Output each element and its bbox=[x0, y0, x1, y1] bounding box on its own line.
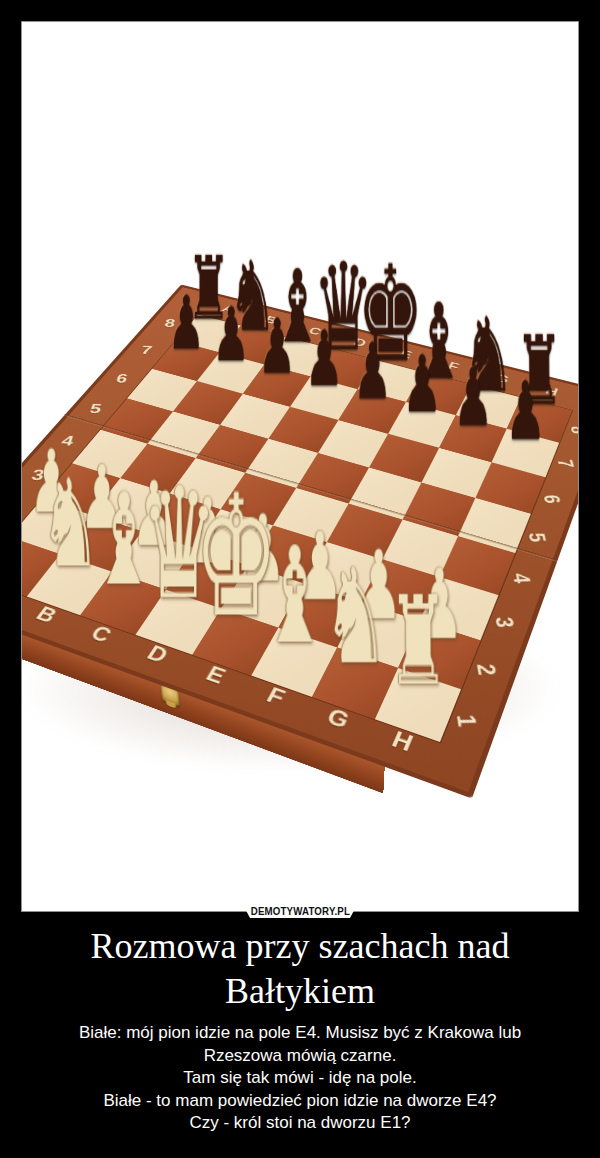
board-frame: ♜♞♝♛♚♝♞♜♟♟♟♟♟♟♟♟♟♟♟♟♟♟♟♟♜♞♝♛♚♝♞♜ ABCDEFG… bbox=[21, 285, 579, 799]
chess-photo: ♜♞♝♛♚♝♞♜♟♟♟♟♟♟♟♟♟♟♟♟♟♟♟♟♜♞♝♛♚♝♞♜ ABCDEFG… bbox=[21, 21, 579, 912]
meme-caption: Białe: mój pion idzie na pole E4. Musisz… bbox=[40, 1022, 560, 1135]
site-badge: DEMOTYWATORY.PL bbox=[241, 901, 359, 918]
caption-line-2: Rzeszowa mówią czarne. bbox=[40, 1045, 560, 1068]
title-line-2: Bałtykiem bbox=[225, 971, 375, 1011]
rank-label-right-4: 4 bbox=[489, 561, 557, 596]
rank-label-left-7: 7 bbox=[125, 335, 168, 366]
caption-line-1: Białe: mój pion idzie na pole E4. Musisz… bbox=[40, 1022, 560, 1045]
rank-label-right-7: 7 bbox=[535, 449, 579, 478]
caption-line-3: Tam się tak mówi - idę na pole. bbox=[40, 1067, 560, 1090]
meme-title: Rozmowa przy szachach nad Bałtykiem bbox=[0, 924, 600, 1014]
caption-line-4: Białe - to mam powiedzieć pion idzie na … bbox=[40, 1090, 560, 1113]
title-line-1: Rozmowa przy szachach nad bbox=[91, 926, 510, 966]
caption-line-5: Czy - król stoi na dworzu E1? bbox=[40, 1112, 560, 1135]
site-badge-label: DEMOTYWATORY.PL bbox=[250, 903, 349, 920]
rank-label-right-8: 8 bbox=[549, 417, 579, 444]
chess-board: ♜♞♝♛♚♝♞♜♟♟♟♟♟♟♟♟♟♟♟♟♟♟♟♟♜♞♝♛♚♝♞♜ ABCDEFG… bbox=[21, 285, 579, 799]
gold-clasp-icon bbox=[161, 684, 179, 707]
rank-label-left-8: 8 bbox=[149, 309, 191, 338]
board-scene: ♜♞♝♛♚♝♞♜♟♟♟♟♟♟♟♟♟♟♟♟♟♟♟♟♜♞♝♛♚♝♞♜ ABCDEFG… bbox=[22, 22, 578, 911]
